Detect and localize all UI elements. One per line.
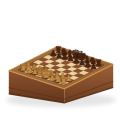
- chess-set-photo: ♜♞♟♝♟♛♟♚♟♝♟♞♟♜♟♟♟♟♜♟♞♟♝♟♛♟♚♟♝♟♞♜: [0, 0, 120, 120]
- piece-white-rook-h1[interactable]: ♜: [59, 76, 68, 86]
- piece-black-pawn-h7[interactable]: ♟: [90, 63, 97, 71]
